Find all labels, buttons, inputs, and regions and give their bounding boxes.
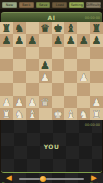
white-pawn: ♟ (77, 71, 90, 83)
ai-player-name: AI (48, 13, 56, 22)
black-pawn: ♟ (90, 34, 103, 46)
square-c7[interactable]: ♟ (26, 34, 39, 46)
black-knight: ♞ (13, 22, 26, 34)
white-bishop: ♝ (64, 108, 77, 120)
you-player-name: YOU (44, 142, 60, 151)
white-pawn: ♟ (90, 96, 103, 108)
black-pawn: ♟ (52, 34, 65, 46)
save-button[interactable]: Save (36, 2, 51, 8)
square-g7[interactable]: ♟ (77, 34, 90, 46)
black-queen: ♛ (39, 22, 52, 34)
square-b3[interactable] (13, 83, 26, 95)
square-d4[interactable]: ♟ (39, 71, 52, 83)
white-pawn: ♟ (0, 96, 13, 108)
square-d7[interactable] (39, 34, 52, 46)
square-f6[interactable] (64, 47, 77, 59)
square-b8[interactable]: ♞ (13, 22, 26, 34)
previous-icon: ◀ (2, 174, 16, 182)
next-icon: ▶ (87, 174, 101, 182)
square-d6[interactable] (39, 47, 52, 59)
square-f3[interactable] (64, 83, 77, 95)
square-b2[interactable]: ♟ (13, 96, 26, 108)
black-king: ♚ (52, 22, 65, 34)
square-a1[interactable]: ♜ (0, 108, 13, 120)
square-h8[interactable]: ♜ (90, 22, 103, 34)
square-c5[interactable] (26, 59, 39, 71)
chess-app: { "game": "chess", "position": { "fen": … (0, 0, 103, 183)
load-button[interactable]: Load (52, 2, 67, 8)
square-d1[interactable] (39, 108, 52, 120)
square-d2[interactable]: ♛ (39, 96, 52, 108)
square-c6[interactable] (26, 47, 39, 59)
square-h1[interactable]: ♜ (90, 108, 103, 120)
white-knight: ♞ (13, 108, 26, 120)
previous-move-button[interactable]: ◀ Previous (2, 174, 16, 183)
square-g1[interactable]: ♞ (77, 108, 90, 120)
square-h4[interactable] (90, 71, 103, 83)
white-rook: ♜ (0, 108, 13, 120)
square-d3[interactable] (39, 83, 52, 95)
setting-button[interactable]: Setting (69, 2, 84, 8)
black-pawn: ♟ (64, 34, 77, 46)
white-pawn: ♟ (13, 96, 26, 108)
square-e2[interactable] (52, 96, 65, 108)
white-rook: ♜ (90, 108, 103, 120)
square-f5[interactable] (64, 59, 77, 71)
square-c2[interactable]: ♟ (26, 96, 39, 108)
square-e7[interactable]: ♟ (52, 34, 65, 46)
square-a7[interactable]: ♟ (0, 34, 13, 46)
square-c8[interactable] (26, 22, 39, 34)
square-b4[interactable] (13, 71, 26, 83)
square-g2[interactable] (77, 96, 90, 108)
new-button[interactable]: New (2, 2, 17, 8)
difficulty-button[interactable]: Difficulty (86, 2, 101, 8)
back-button[interactable]: Back (19, 2, 34, 8)
square-d5[interactable]: ♟ (39, 59, 52, 71)
square-g8[interactable] (77, 22, 90, 34)
move-slider[interactable] (19, 178, 84, 180)
square-h7[interactable]: ♟ (90, 34, 103, 46)
square-c4[interactable] (26, 71, 39, 83)
square-e5[interactable] (52, 59, 65, 71)
square-a5[interactable] (0, 59, 13, 71)
black-pawn: ♟ (13, 34, 26, 46)
you-player-clock: 00:00:00 (85, 123, 100, 127)
square-f2[interactable] (64, 96, 77, 108)
square-a3[interactable] (0, 83, 13, 95)
you-player-banner: YOU 00:00:00 (1, 120, 102, 173)
square-g3[interactable] (77, 83, 90, 95)
white-queen: ♛ (39, 96, 52, 108)
white-knight: ♞ (77, 108, 90, 120)
square-c1[interactable]: ♝ (26, 108, 39, 120)
black-pawn: ♟ (0, 34, 13, 46)
ai-player-banner: AI 00:00:00 (1, 12, 102, 22)
square-b5[interactable] (13, 59, 26, 71)
square-e1[interactable]: ♚ (52, 108, 65, 120)
square-b7[interactable]: ♟ (13, 34, 26, 46)
square-e3[interactable] (52, 83, 65, 95)
white-pawn: ♟ (26, 96, 39, 108)
black-pawn: ♟ (26, 34, 39, 46)
black-bishop: ♝ (64, 22, 77, 34)
square-a4[interactable] (0, 71, 13, 83)
square-f1[interactable]: ♝ (64, 108, 77, 120)
square-h5[interactable] (90, 59, 103, 71)
next-label: Next (87, 182, 101, 183)
next-move-button[interactable]: ▶ Next (87, 174, 101, 183)
square-f8[interactable]: ♝ (64, 22, 77, 34)
previous-label: Previous (2, 182, 16, 183)
white-king: ♚ (52, 108, 65, 120)
square-f7[interactable]: ♟ (64, 34, 77, 46)
square-e6[interactable] (52, 47, 65, 59)
square-h3[interactable] (90, 83, 103, 95)
black-rook: ♜ (0, 22, 13, 34)
square-f4[interactable] (64, 71, 77, 83)
chess-board[interactable]: ♜♞♛♚♝♜♟♟♟♟♟♟♟♟♟♟♟♟♟♛♟♜♞♝♚♝♞♜ (0, 22, 103, 120)
black-rook: ♜ (90, 22, 103, 34)
square-a8[interactable]: ♜ (0, 22, 13, 34)
white-pawn: ♟ (39, 71, 52, 83)
square-b6[interactable] (13, 47, 26, 59)
black-pawn: ♟ (77, 34, 90, 46)
square-h2[interactable]: ♟ (90, 96, 103, 108)
square-h6[interactable] (90, 47, 103, 59)
square-g5[interactable] (77, 59, 90, 71)
move-slider-thumb[interactable] (40, 176, 46, 182)
bottom-panel: ◀ Previous ▶ Next (0, 173, 103, 183)
top-toolbar: New Back Save Load Setting Difficulty (0, 0, 103, 9)
white-bishop: ♝ (26, 108, 39, 120)
square-a2[interactable]: ♟ (0, 96, 13, 108)
square-a6[interactable] (0, 47, 13, 59)
black-pawn: ♟ (39, 59, 52, 71)
square-b1[interactable]: ♞ (13, 108, 26, 120)
ai-player-clock: 00:00:00 (85, 16, 100, 20)
square-g4[interactable]: ♟ (77, 71, 90, 83)
square-g6[interactable] (77, 47, 90, 59)
square-e4[interactable] (52, 71, 65, 83)
square-e8[interactable]: ♚ (52, 22, 65, 34)
square-c3[interactable] (26, 83, 39, 95)
square-d8[interactable]: ♛ (39, 22, 52, 34)
